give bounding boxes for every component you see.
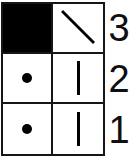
puzzle-diagram: 321: [0, 0, 132, 156]
black-dot-icon: [22, 124, 32, 134]
cell-r1c1[interactable]: [3, 104, 53, 154]
diagonal-line-icon: [54, 4, 102, 52]
black-dot-icon: [22, 73, 32, 83]
puzzle-board: [1, 2, 105, 156]
cell-r3c2[interactable]: [53, 4, 103, 54]
vertical-line-icon: [77, 112, 80, 146]
row-label-3: 3: [106, 2, 132, 53]
cell-r2c2[interactable]: [53, 54, 103, 104]
row-label-2: 2: [106, 53, 132, 104]
row-coordinate-labels: 321: [106, 2, 132, 156]
cell-r3c1-filled-black-square[interactable]: [3, 4, 53, 54]
cell-r2c1[interactable]: [3, 54, 53, 104]
vertical-line-icon: [77, 61, 80, 95]
row-label-1: 1: [106, 105, 132, 156]
cell-r1c2[interactable]: [53, 104, 103, 154]
